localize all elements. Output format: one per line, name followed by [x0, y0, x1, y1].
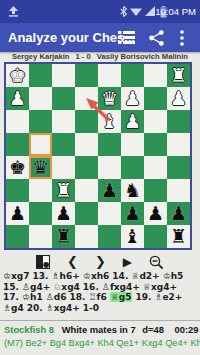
square-a3[interactable]: [167, 110, 190, 133]
square-b5[interactable]: [144, 156, 167, 179]
square-b3[interactable]: [144, 110, 167, 133]
square-h2[interactable]: ♟: [6, 87, 29, 110]
move-line: ♗g420.♗xg4+1-0: [3, 303, 197, 314]
square-g8[interactable]: [29, 225, 52, 248]
square-c8[interactable]: ♝: [121, 225, 144, 248]
app-title: Analyze your Ches...: [8, 23, 135, 52]
square-c7[interactable]: ♟: [121, 202, 144, 225]
square-d8[interactable]: [98, 225, 121, 248]
square-a1[interactable]: ♜: [167, 64, 190, 87]
white-player-name: Sergey Karjakin: [12, 52, 69, 61]
move-token[interactable]: ♖f6: [88, 292, 106, 302]
square-g1[interactable]: [29, 64, 52, 87]
next-move-icon[interactable]: ❯: [95, 252, 106, 272]
move-token[interactable]: 1-0: [83, 303, 99, 313]
square-b8[interactable]: [144, 225, 167, 248]
square-c3[interactable]: ♟: [121, 110, 144, 133]
square-h7[interactable]: ♟: [6, 202, 29, 225]
move-token[interactable]: ♘xg4: [53, 282, 80, 292]
move-line: 15.♙g4+♘xg416.♙fxg4+♕xg4+: [3, 282, 197, 293]
black-bishop-piece: ♝: [121, 225, 144, 248]
current-move[interactable]: ♕g5: [110, 292, 133, 302]
move-token[interactable]: 18.: [69, 292, 85, 302]
move-token[interactable]: ♕d2+: [131, 271, 159, 281]
square-a6[interactable]: [167, 179, 190, 202]
square-c2[interactable]: ♟: [121, 87, 144, 110]
move-token[interactable]: ♙d6: [46, 292, 67, 302]
square-e2[interactable]: [75, 87, 98, 110]
engine-depth: d=48: [142, 324, 164, 335]
square-h5[interactable]: ♚: [6, 156, 29, 179]
move-token[interactable]: ♔xg7: [3, 271, 30, 281]
square-b1[interactable]: [144, 64, 167, 87]
square-f8[interactable]: ♜: [52, 225, 75, 248]
square-d4[interactable]: [98, 133, 121, 156]
square-h1[interactable]: ♚: [6, 64, 29, 87]
square-a5[interactable]: [167, 156, 190, 179]
square-f3[interactable]: [52, 110, 75, 133]
white-rook-piece: ♜: [167, 64, 190, 87]
moves-list-icon[interactable]: [118, 30, 135, 45]
square-e8[interactable]: [75, 225, 98, 248]
black-king-piece: ♚: [6, 156, 29, 179]
square-e1[interactable]: [75, 64, 98, 87]
square-d6[interactable]: ♟: [98, 179, 121, 202]
previous-move-icon[interactable]: ❮: [67, 252, 78, 272]
square-h8[interactable]: [6, 225, 29, 248]
move-token[interactable]: 17.: [3, 292, 19, 302]
square-f5[interactable]: [52, 156, 75, 179]
square-h3[interactable]: [6, 110, 29, 133]
engine-evaluation: White mates in 7: [62, 324, 136, 335]
move-token[interactable]: ♗xg4+: [46, 303, 80, 313]
square-g7[interactable]: [29, 202, 52, 225]
move-token[interactable]: 14.: [112, 271, 128, 281]
play-icon[interactable]: ▶: [123, 252, 132, 272]
square-g3[interactable]: [29, 110, 52, 133]
move-token[interactable]: ♗e2+: [154, 292, 182, 302]
clock-text: 10:04 PM: [155, 0, 196, 23]
square-a8[interactable]: ♜: [167, 225, 190, 248]
engine-panel-divider: [0, 320, 200, 321]
move-list: ♔xg713.♗h6+♔xh614.♕d2+♔h515.♙g4+♘xg416.♙…: [3, 271, 197, 313]
square-b2[interactable]: [144, 87, 167, 110]
square-d2[interactable]: ♛: [98, 87, 121, 110]
players-bar: Sergey Karjakin 1 - 0 Vasily Borisovich …: [0, 52, 200, 62]
square-c5[interactable]: [121, 156, 144, 179]
white-king-piece: ♚: [6, 64, 29, 87]
engine-status-line: Stockfish 8 White mates in 7 d=48 00:29: [4, 324, 198, 335]
engine-time: 00:29: [174, 324, 198, 335]
status-bar: 10:04 PM: [0, 0, 200, 23]
square-f6[interactable]: ♜: [52, 179, 75, 202]
square-b4[interactable]: [144, 133, 167, 156]
square-b6[interactable]: [144, 179, 167, 202]
black-pawn-piece: ♟: [167, 202, 190, 225]
move-line: ♔xg713.♗h6+♔xh614.♕d2+♔h5: [3, 271, 197, 282]
black-rook-piece: ♜: [167, 225, 190, 248]
move-token[interactable]: 20.: [27, 303, 43, 313]
black-rook-piece: ♜: [52, 225, 75, 248]
move-token[interactable]: ♔xh6: [83, 271, 110, 281]
white-pawn-piece: ♟: [121, 110, 144, 133]
square-h4[interactable]: [6, 133, 29, 156]
move-token[interactable]: 19.: [135, 292, 151, 302]
square-e3[interactable]: [75, 110, 98, 133]
move-token[interactable]: ♙g4+: [22, 282, 50, 292]
move-line: 17.♔h1♙d618.♖f6♕g519.♗e2+: [3, 292, 197, 303]
square-g2[interactable]: [29, 87, 52, 110]
square-a4[interactable]: [167, 133, 190, 156]
engine-pv-line: (M7) Be2+ Bg4 Bxg4+ Kh4 Qe1+ Kxg4 Qe4+ K…: [4, 338, 200, 348]
white-bishop-piece: ♝: [98, 110, 121, 133]
square-a2[interactable]: ♟: [167, 87, 190, 110]
black-pawn-piece: ♟: [52, 202, 75, 225]
white-rook-piece: ♜: [52, 179, 75, 202]
white-pawn-piece: ♟: [6, 87, 29, 110]
square-c1[interactable]: [121, 64, 144, 87]
square-e7[interactable]: [75, 202, 98, 225]
analysis-toolbar: ❮ ❯ ▶: [0, 252, 200, 272]
move-token[interactable]: 16.: [83, 282, 99, 292]
move-token[interactable]: ♕xg4+: [143, 282, 177, 292]
overflow-menu-icon[interactable]: [180, 30, 184, 46]
engine-name: Stockfish 8: [4, 324, 54, 335]
white-queen-piece: ♛: [98, 87, 121, 110]
share-icon[interactable]: [149, 30, 164, 46]
square-h6[interactable]: [6, 179, 29, 202]
move-token[interactable]: ♔h5: [163, 271, 184, 281]
square-f7[interactable]: ♟: [52, 202, 75, 225]
square-d3[interactable]: ♝: [98, 110, 121, 133]
black-pawn-piece: ♟: [6, 202, 29, 225]
square-a7[interactable]: ♟: [167, 202, 190, 225]
black-pawn-piece: ♟: [98, 179, 121, 202]
upload-icon: [8, 6, 19, 17]
square-b7[interactable]: ♟: [144, 202, 167, 225]
square-e5[interactable]: [75, 156, 98, 179]
position-setup-icon[interactable]: [36, 255, 50, 269]
move-token[interactable]: ♗g4: [3, 303, 24, 313]
app-bar: Analyze your Ches...: [0, 23, 200, 52]
white-pawn-piece: ♟: [121, 87, 144, 110]
black-pawn-piece: ♟: [144, 202, 167, 225]
square-d7[interactable]: [98, 202, 121, 225]
move-token[interactable]: 13.: [33, 271, 49, 281]
square-f1[interactable]: [52, 64, 75, 87]
square-c6[interactable]: ♞: [121, 179, 144, 202]
black-pawn-piece: ♟: [121, 202, 144, 225]
white-pawn-piece: ♟: [167, 87, 190, 110]
square-g6[interactable]: [29, 179, 52, 202]
move-token[interactable]: 15.: [3, 282, 19, 292]
bluetooth-icon: [120, 6, 128, 17]
square-d1[interactable]: [98, 64, 121, 87]
black-queen-piece: ♛: [29, 156, 52, 179]
wifi-icon: [130, 6, 142, 17]
square-g4[interactable]: [29, 133, 52, 156]
square-d5[interactable]: [98, 156, 121, 179]
zoom-out-icon[interactable]: [149, 255, 164, 270]
move-token[interactable]: ♗h6+: [52, 271, 80, 281]
square-e6[interactable]: [75, 179, 98, 202]
black-player-name: Vasily Borisovich Malinin: [97, 52, 188, 61]
move-token[interactable]: ♙fxg4+: [102, 282, 140, 292]
square-f2[interactable]: [52, 87, 75, 110]
square-f4[interactable]: [52, 133, 75, 156]
move-token[interactable]: ♔h1: [22, 292, 43, 302]
black-knight-piece: ♞: [121, 179, 144, 202]
chess-board: ♚♜♟♛♟♟♝♟♚♛♜♟♞♟♟♟♟♟♜♝♜: [4, 62, 192, 250]
square-g5[interactable]: ♛: [29, 156, 52, 179]
game-result: 1 - 0: [76, 52, 91, 61]
square-c4[interactable]: [121, 133, 144, 156]
square-e4[interactable]: [75, 133, 98, 156]
